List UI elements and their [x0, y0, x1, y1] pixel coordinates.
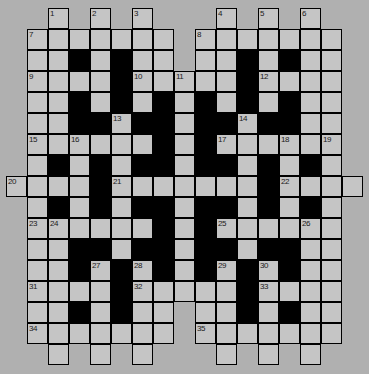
black-cell	[111, 50, 132, 71]
grid-cell[interactable]	[132, 323, 153, 344]
empty-area	[6, 155, 27, 176]
black-cell	[258, 176, 279, 197]
grid-cell[interactable]	[258, 344, 279, 365]
grid-cell[interactable]	[216, 302, 237, 323]
clue-number: 25	[218, 219, 226, 228]
grid-cell[interactable]: 35	[195, 323, 216, 344]
black-cell	[111, 71, 132, 92]
grid-cell[interactable]	[132, 134, 153, 155]
grid-cell[interactable]	[153, 281, 174, 302]
grid-cell[interactable]	[321, 155, 342, 176]
grid-cell[interactable]	[195, 71, 216, 92]
black-cell	[237, 92, 258, 113]
grid-cell[interactable]	[153, 29, 174, 50]
grid-cell[interactable]: 6	[300, 8, 321, 29]
empty-area	[342, 323, 363, 344]
grid-cell[interactable]	[216, 92, 237, 113]
grid-cell[interactable]	[300, 302, 321, 323]
empty-area	[69, 8, 90, 29]
empty-area	[174, 323, 195, 344]
grid-cell[interactable]: 2	[90, 8, 111, 29]
empty-area	[195, 8, 216, 29]
grid-cell[interactable]	[300, 260, 321, 281]
grid-cell[interactable]	[90, 323, 111, 344]
grid-cell[interactable]: 31	[27, 281, 48, 302]
empty-area	[342, 218, 363, 239]
black-cell	[195, 134, 216, 155]
empty-area	[27, 8, 48, 29]
black-cell	[132, 113, 153, 134]
clue-number: 7	[29, 30, 33, 39]
black-cell	[237, 71, 258, 92]
grid-cell[interactable]: 22	[279, 176, 300, 197]
clue-number: 18	[281, 135, 289, 144]
empty-area	[342, 8, 363, 29]
grid-cell[interactable]	[174, 218, 195, 239]
black-cell	[153, 134, 174, 155]
grid-cell[interactable]	[216, 71, 237, 92]
empty-area	[279, 344, 300, 365]
grid-cell[interactable]	[216, 344, 237, 365]
grid-cell[interactable]	[132, 50, 153, 71]
black-cell	[216, 239, 237, 260]
empty-area	[6, 113, 27, 134]
grid-cell[interactable]	[321, 113, 342, 134]
grid-cell[interactable]: 8	[195, 29, 216, 50]
grid-cell[interactable]	[174, 176, 195, 197]
grid-cell[interactable]	[153, 302, 174, 323]
grid-cell[interactable]	[321, 281, 342, 302]
grid-cell[interactable]	[258, 218, 279, 239]
clue-number: 20	[8, 177, 16, 186]
black-cell	[216, 155, 237, 176]
grid-cell[interactable]	[321, 92, 342, 113]
grid-cell[interactable]	[153, 71, 174, 92]
grid-cell[interactable]	[111, 197, 132, 218]
grid-cell[interactable]	[69, 29, 90, 50]
black-cell	[300, 155, 321, 176]
grid-cell[interactable]: 32	[132, 281, 153, 302]
grid-cell[interactable]	[132, 218, 153, 239]
grid-cell[interactable]: 14	[237, 113, 258, 134]
empty-area	[174, 50, 195, 71]
black-cell	[216, 113, 237, 134]
grid-cell[interactable]: 1	[48, 8, 69, 29]
black-cell	[195, 239, 216, 260]
clue-number: 15	[29, 135, 37, 144]
black-cell	[69, 92, 90, 113]
black-cell	[90, 239, 111, 260]
grid-cell[interactable]	[174, 239, 195, 260]
grid-cell[interactable]	[27, 176, 48, 197]
grid-cell[interactable]	[195, 302, 216, 323]
grid-cell[interactable]: 16	[69, 134, 90, 155]
black-cell	[48, 197, 69, 218]
empty-area	[69, 344, 90, 365]
black-cell	[153, 239, 174, 260]
grid-cell[interactable]	[279, 155, 300, 176]
grid-cell[interactable]	[174, 260, 195, 281]
black-cell	[90, 197, 111, 218]
grid-cell[interactable]	[27, 50, 48, 71]
clue-number: 21	[113, 177, 121, 186]
grid-cell[interactable]	[174, 281, 195, 302]
grid-cell[interactable]	[174, 155, 195, 176]
empty-area	[321, 8, 342, 29]
grid-cell[interactable]	[48, 260, 69, 281]
grid-cell[interactable]: 34	[27, 323, 48, 344]
black-cell	[195, 218, 216, 239]
empty-area	[342, 113, 363, 134]
clue-number: 30	[260, 261, 268, 270]
empty-area	[321, 344, 342, 365]
grid-cell[interactable]	[321, 71, 342, 92]
grid-cell[interactable]	[216, 29, 237, 50]
grid-cell[interactable]	[69, 71, 90, 92]
clue-number: 4	[218, 9, 222, 18]
grid-cell[interactable]	[321, 260, 342, 281]
grid-cell[interactable]	[90, 92, 111, 113]
grid-cell[interactable]: 11	[174, 71, 195, 92]
black-cell	[69, 302, 90, 323]
grid-cell[interactable]	[258, 92, 279, 113]
grid-cell[interactable]: 24	[48, 218, 69, 239]
grid-cell[interactable]: 25	[216, 218, 237, 239]
grid-cell[interactable]: 28	[132, 260, 153, 281]
grid-cell[interactable]	[48, 113, 69, 134]
empty-area	[6, 260, 27, 281]
grid-cell[interactable]	[174, 92, 195, 113]
grid-cell[interactable]	[321, 197, 342, 218]
grid-cell[interactable]	[258, 134, 279, 155]
black-cell	[111, 92, 132, 113]
black-cell	[132, 155, 153, 176]
black-cell	[90, 113, 111, 134]
grid-cell[interactable]	[153, 176, 174, 197]
grid-cell[interactable]: 29	[216, 260, 237, 281]
grid-cell[interactable]: 17	[216, 134, 237, 155]
grid-cell[interactable]	[195, 176, 216, 197]
black-cell	[237, 281, 258, 302]
clue-number: 3	[134, 9, 138, 18]
grid-cell[interactable]	[279, 197, 300, 218]
grid-cell[interactable]	[48, 92, 69, 113]
grid-cell[interactable]	[48, 239, 69, 260]
black-cell	[153, 155, 174, 176]
clue-number: 32	[134, 282, 142, 291]
grid-cell[interactable]	[48, 176, 69, 197]
grid-cell[interactable]	[27, 239, 48, 260]
black-cell	[48, 155, 69, 176]
grid-cell[interactable]	[90, 218, 111, 239]
black-cell	[69, 239, 90, 260]
grid-cell[interactable]	[69, 176, 90, 197]
grid-cell[interactable]	[48, 302, 69, 323]
grid-cell[interactable]	[237, 176, 258, 197]
grid-cell[interactable]	[237, 218, 258, 239]
empty-area	[6, 218, 27, 239]
grid-cell[interactable]	[132, 92, 153, 113]
grid-cell[interactable]: 27	[90, 260, 111, 281]
grid-cell[interactable]: 4	[216, 8, 237, 29]
black-cell	[111, 281, 132, 302]
grid-cell[interactable]	[237, 197, 258, 218]
empty-area	[6, 50, 27, 71]
clue-number: 34	[29, 324, 37, 333]
grid-cell[interactable]	[321, 50, 342, 71]
grid-cell[interactable]	[174, 113, 195, 134]
grid-cell[interactable]: 10	[132, 71, 153, 92]
grid-cell[interactable]	[27, 155, 48, 176]
grid-cell[interactable]	[48, 50, 69, 71]
empty-area	[342, 281, 363, 302]
black-cell	[300, 197, 321, 218]
black-cell	[153, 218, 174, 239]
grid-cell[interactable]: 15	[27, 134, 48, 155]
black-cell	[258, 197, 279, 218]
black-cell	[279, 92, 300, 113]
black-cell	[69, 50, 90, 71]
clue-number: 12	[260, 72, 268, 81]
grid-cell[interactable]	[48, 134, 69, 155]
grid-cell[interactable]: 9	[27, 71, 48, 92]
black-cell	[216, 197, 237, 218]
clue-number: 8	[197, 30, 201, 39]
black-cell	[258, 239, 279, 260]
grid-cell[interactable]	[132, 344, 153, 365]
empty-area	[174, 302, 195, 323]
crossword-page: 1234567891011121314151617181920212223242…	[0, 0, 369, 374]
empty-area	[6, 323, 27, 344]
grid-cell[interactable]: 13	[111, 113, 132, 134]
grid-cell[interactable]	[321, 218, 342, 239]
clue-number: 16	[71, 135, 79, 144]
grid-cell[interactable]: 7	[27, 29, 48, 50]
grid-cell[interactable]	[27, 302, 48, 323]
grid-cell[interactable]	[300, 281, 321, 302]
grid-cell[interactable]	[90, 71, 111, 92]
grid-cell[interactable]	[69, 218, 90, 239]
clue-number: 27	[92, 261, 100, 270]
grid-cell[interactable]: 3	[132, 8, 153, 29]
grid-cell[interactable]	[27, 197, 48, 218]
grid-cell[interactable]	[111, 323, 132, 344]
grid-cell[interactable]	[48, 323, 69, 344]
grid-cell[interactable]	[216, 176, 237, 197]
grid-cell[interactable]	[153, 50, 174, 71]
grid-cell[interactable]	[90, 302, 111, 323]
grid-cell[interactable]	[321, 29, 342, 50]
grid-cell[interactable]	[111, 218, 132, 239]
black-cell	[111, 260, 132, 281]
black-cell	[258, 155, 279, 176]
clue-number: 29	[218, 261, 226, 270]
grid-cell[interactable]	[48, 281, 69, 302]
black-cell	[237, 260, 258, 281]
empty-area	[342, 197, 363, 218]
black-cell	[90, 155, 111, 176]
clue-number: 5	[260, 9, 264, 18]
empty-area	[342, 71, 363, 92]
clue-number: 14	[239, 114, 247, 123]
grid-cell[interactable]	[90, 29, 111, 50]
grid-cell[interactable]: 12	[258, 71, 279, 92]
empty-area	[6, 239, 27, 260]
grid-cell[interactable]	[27, 92, 48, 113]
grid-cell[interactable]	[69, 323, 90, 344]
clue-number: 26	[302, 219, 310, 228]
grid-cell[interactable]	[237, 323, 258, 344]
empty-area	[6, 302, 27, 323]
grid-cell[interactable]	[69, 281, 90, 302]
clue-number: 19	[323, 135, 331, 144]
grid-cell[interactable]: 18	[279, 134, 300, 155]
grid-cell[interactable]	[69, 197, 90, 218]
clue-number: 28	[134, 261, 142, 270]
grid-cell[interactable]	[132, 176, 153, 197]
empty-area	[153, 344, 174, 365]
grid-cell[interactable]	[195, 50, 216, 71]
grid-cell[interactable]	[216, 281, 237, 302]
black-cell	[153, 92, 174, 113]
empty-area	[195, 344, 216, 365]
grid-cell[interactable]: 5	[258, 8, 279, 29]
clue-number: 33	[260, 282, 268, 291]
black-cell	[69, 260, 90, 281]
empty-area	[174, 8, 195, 29]
grid-cell[interactable]	[300, 176, 321, 197]
grid-cell[interactable]: 30	[258, 260, 279, 281]
grid-cell[interactable]	[279, 29, 300, 50]
grid-cell[interactable]	[300, 71, 321, 92]
clue-number: 22	[281, 177, 289, 186]
clue-number: 10	[134, 72, 142, 81]
grid-cell[interactable]	[300, 344, 321, 365]
black-cell	[279, 302, 300, 323]
black-cell	[153, 113, 174, 134]
grid-cell[interactable]	[321, 302, 342, 323]
grid-cell[interactable]	[300, 50, 321, 71]
grid-cell[interactable]: 19	[321, 134, 342, 155]
grid-cell[interactable]	[321, 239, 342, 260]
black-cell	[279, 113, 300, 134]
grid-cell[interactable]	[279, 323, 300, 344]
grid-cell[interactable]	[300, 113, 321, 134]
black-cell	[237, 50, 258, 71]
grid-cell[interactable]	[237, 134, 258, 155]
grid-cell[interactable]	[27, 260, 48, 281]
grid-cell[interactable]	[258, 50, 279, 71]
empty-area	[342, 134, 363, 155]
grid-cell[interactable]	[237, 155, 258, 176]
grid-cell[interactable]	[258, 302, 279, 323]
grid-cell[interactable]	[48, 71, 69, 92]
empty-area	[342, 344, 363, 365]
grid-cell[interactable]	[342, 176, 363, 197]
grid-cell[interactable]	[111, 155, 132, 176]
grid-cell[interactable]	[111, 239, 132, 260]
empty-area	[237, 8, 258, 29]
crossword-grid: 1234567891011121314151617181920212223242…	[6, 8, 363, 365]
black-cell	[258, 113, 279, 134]
grid-cell[interactable]	[27, 113, 48, 134]
grid-cell[interactable]	[237, 29, 258, 50]
grid-cell[interactable]	[90, 281, 111, 302]
black-cell	[195, 260, 216, 281]
black-cell	[279, 260, 300, 281]
black-cell	[195, 92, 216, 113]
clue-number: 35	[197, 324, 205, 333]
black-cell	[90, 176, 111, 197]
grid-cell[interactable]	[216, 50, 237, 71]
grid-cell[interactable]: 26	[300, 218, 321, 239]
grid-cell[interactable]	[174, 134, 195, 155]
grid-cell[interactable]	[111, 29, 132, 50]
empty-area	[111, 8, 132, 29]
grid-cell[interactable]	[111, 134, 132, 155]
black-cell	[153, 197, 174, 218]
grid-cell[interactable]	[48, 29, 69, 50]
empty-area	[6, 29, 27, 50]
grid-cell[interactable]	[195, 281, 216, 302]
empty-area	[342, 260, 363, 281]
black-cell	[69, 113, 90, 134]
empty-area	[342, 29, 363, 50]
clue-number: 9	[29, 72, 33, 81]
grid-cell[interactable]	[300, 134, 321, 155]
grid-cell[interactable]	[300, 239, 321, 260]
grid-cell[interactable]	[90, 134, 111, 155]
black-cell	[195, 197, 216, 218]
grid-cell[interactable]: 23	[27, 218, 48, 239]
black-cell	[237, 302, 258, 323]
grid-cell[interactable]	[174, 197, 195, 218]
grid-cell[interactable]	[153, 323, 174, 344]
grid-cell[interactable]	[90, 344, 111, 365]
grid-cell[interactable]	[132, 302, 153, 323]
black-cell	[279, 50, 300, 71]
grid-cell[interactable]: 20	[6, 176, 27, 197]
clue-number: 2	[92, 9, 96, 18]
grid-cell[interactable]	[216, 323, 237, 344]
empty-area	[174, 344, 195, 365]
grid-cell[interactable]	[321, 323, 342, 344]
grid-cell[interactable]	[300, 92, 321, 113]
empty-area	[279, 8, 300, 29]
empty-area	[342, 239, 363, 260]
grid-cell[interactable]	[258, 323, 279, 344]
black-cell	[279, 239, 300, 260]
clue-number: 17	[218, 135, 226, 144]
grid-cell[interactable]: 21	[111, 176, 132, 197]
grid-cell[interactable]	[279, 218, 300, 239]
clue-number: 24	[50, 219, 58, 228]
grid-cell[interactable]	[258, 29, 279, 50]
grid-cell[interactable]: 33	[258, 281, 279, 302]
grid-cell[interactable]	[237, 239, 258, 260]
grid-cell[interactable]	[321, 176, 342, 197]
clue-number: 11	[176, 72, 183, 81]
grid-cell[interactable]	[48, 344, 69, 365]
grid-cell[interactable]	[279, 71, 300, 92]
grid-cell[interactable]	[132, 29, 153, 50]
grid-cell[interactable]	[90, 50, 111, 71]
grid-cell[interactable]	[300, 29, 321, 50]
grid-cell[interactable]	[300, 323, 321, 344]
grid-cell[interactable]	[69, 155, 90, 176]
black-cell	[132, 239, 153, 260]
grid-cell[interactable]	[279, 281, 300, 302]
